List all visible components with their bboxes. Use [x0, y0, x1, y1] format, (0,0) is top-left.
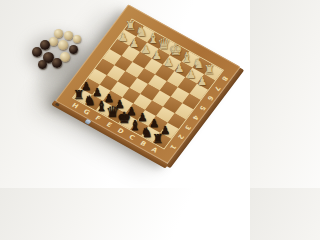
metal-clasp-icon — [85, 119, 92, 125]
spare-piece-light[interactable] — [54, 29, 63, 38]
piece-dark-knight[interactable]: ♞ — [141, 125, 153, 139]
spare-piece-light[interactable] — [73, 35, 81, 43]
spare-piece-light[interactable] — [64, 31, 73, 40]
spare-piece-dark[interactable] — [52, 58, 62, 68]
spare-piece-dark[interactable] — [38, 60, 47, 69]
spare-piece-light[interactable] — [58, 40, 68, 50]
hinge-icon — [55, 102, 60, 106]
spare-piece-dark[interactable] — [32, 47, 42, 57]
chess-board: ♜♞♝♛♚♝♞♜♟♟♟♟♟♟♟♟♟♟♟♟♟♟♟♟♜♞♝♛♚♝♞♜ HGFEDCB… — [55, 4, 240, 163]
piece-light-pawn[interactable]: ♟ — [163, 57, 173, 68]
piece-dark-rook[interactable]: ♜ — [153, 133, 164, 146]
spare-piece-dark[interactable] — [40, 40, 50, 50]
piece-light-pawn[interactable]: ♟ — [141, 44, 151, 55]
piece-light-pawn[interactable]: ♟ — [152, 50, 162, 61]
spare-piece-dark[interactable] — [69, 45, 78, 54]
piece-light-pawn[interactable]: ♟ — [186, 69, 196, 80]
piece-light-pawn[interactable]: ♟ — [175, 63, 185, 74]
piece-light-pawn[interactable]: ♟ — [197, 76, 207, 87]
piece-light-pawn[interactable]: ♟ — [129, 38, 139, 49]
piece-light-pawn[interactable]: ♟ — [118, 31, 128, 42]
